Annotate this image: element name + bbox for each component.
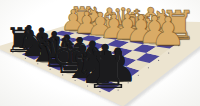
rank-coordinate-mark [138,75,139,76]
piece-shadow [104,29,114,32]
piece-shadow [145,33,157,37]
piece-shadow [69,30,78,33]
piece-shadow [172,36,185,40]
file-coordinate-mark [62,74,63,75]
piece-shadow [15,49,26,52]
piece-shadow [162,43,175,47]
piece-shadow [27,54,39,58]
piece-shadow [24,46,34,49]
file-coordinate-mark [37,63,38,64]
piece-shadow [111,78,126,83]
piece-shadow [76,74,91,79]
piece-shadow [100,84,116,89]
rank-coordinate-mark [188,38,189,39]
piece-shadow [82,32,92,35]
piece-shadow [61,60,73,64]
piece-shadow [51,64,64,68]
piece-shadow [49,55,60,59]
piece-shadow [36,50,47,53]
rank-coordinate-mark [168,52,169,53]
piece-shadow [122,37,133,40]
chess-set-photo: ♜♞♝♛♚♝♞♜♟♟♟♟♟♟♟♟♟♟♟♟♟♟♟♟♜♞♝♛♚♝♞♜ [0,0,200,106]
file-coordinate-mark [50,69,51,70]
file-coordinate-mark [87,85,88,86]
piece-shadow [131,32,142,36]
rank-coordinate-mark [118,90,119,91]
piece-shadow [86,69,99,73]
rank-coordinate-mark [148,67,149,68]
file-coordinate-mark [12,52,13,53]
rank-coordinate-mark [158,60,159,61]
piece-shadow [39,59,51,63]
rank-coordinate-mark [128,82,129,83]
piece-shadow [135,39,147,43]
piece-shadow [77,26,86,29]
piece-shadow [73,64,86,68]
piece-shadow [109,35,120,38]
file-coordinate-mark [75,80,76,81]
piece-shadow [91,28,101,31]
piece-shadow [98,73,112,77]
piece-shadow [148,41,160,45]
vinyl-chess-board [0,0,200,106]
piece-shadow [63,69,77,73]
file-coordinate-mark [99,91,100,92]
piece-shadow [158,35,170,39]
piece-shadow [88,79,103,84]
piece-shadow [95,33,105,36]
rank-coordinate-mark [178,45,179,46]
file-coordinate-mark [25,58,26,59]
piece-shadow [118,30,129,33]
